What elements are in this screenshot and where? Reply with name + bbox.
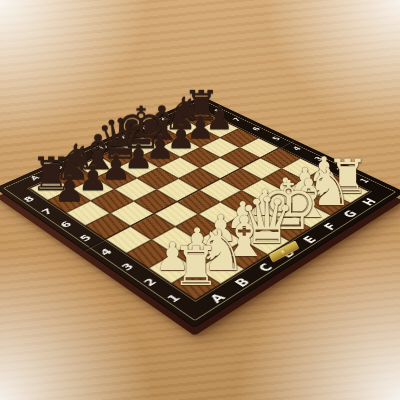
coordinate-6: 6 <box>248 125 267 134</box>
photo-scene: A8A8B7B7C6C6D5D5E4E4F3F3G2G2H1H1 ♜♞♝♛♚♝♞… <box>0 0 400 400</box>
coordinate-5: 5 <box>268 134 287 144</box>
piece-white-rook-a1[interactable]: ♜ <box>169 240 223 294</box>
coordinate-4: 4 <box>289 144 308 154</box>
coordinate-6: 6 <box>53 217 79 232</box>
piece-black-pawn-a7[interactable]: ♟ <box>52 172 87 207</box>
